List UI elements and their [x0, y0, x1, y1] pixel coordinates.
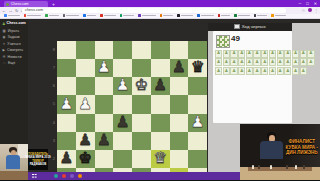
tile-pawn-glyph: ♟	[286, 51, 290, 56]
otb-piece	[303, 165, 305, 170]
sidebar-item-label: Учиться	[7, 42, 20, 46]
bookmark-favicon	[100, 14, 103, 17]
tile-pawn-glyph: ♟	[217, 69, 221, 74]
tile-pawn-glyph: ♟	[301, 51, 305, 56]
pawn-tile-icon: ♟	[223, 50, 230, 58]
square-g7[interactable]: ♟	[170, 59, 189, 77]
pawn-tile-icon: ♟	[284, 58, 291, 66]
tile-row: ♟♟♟♟♟♟♟♟♟♟♟♟♟	[215, 50, 315, 58]
square-b8[interactable]	[76, 41, 95, 59]
sidebar-item-label: Играть	[8, 29, 19, 33]
tile-pawn-glyph: ♟	[301, 69, 305, 74]
bookmark-favicon	[177, 14, 180, 17]
pawn-tile-icon: ♟	[277, 67, 284, 75]
sidebar-item-icon: ▦	[3, 29, 6, 33]
tile-pawn-glyph: ♟	[247, 51, 251, 56]
taskbar-app-icon[interactable]	[78, 174, 82, 178]
white-pawn[interactable]: ♟	[191, 115, 205, 131]
pawn-tile-icon: ♟	[277, 58, 284, 66]
black-pawn[interactable]: ♟	[78, 133, 92, 149]
bookmark-favicon	[45, 14, 48, 17]
square-d2[interactable]	[113, 150, 132, 168]
tile-pawn-glyph: ♟	[278, 60, 282, 65]
bookmark-item[interactable]	[197, 14, 214, 17]
bookmark-star-icon[interactable]: ☆	[301, 8, 305, 13]
bookmark-label	[257, 15, 267, 17]
pawn-tile-icon: ♟	[284, 50, 291, 58]
pawn-tile-icon: ♟	[230, 50, 237, 58]
tile-row: ♟♟♟♟♟♟♟♟♟♟♟♟♟	[215, 58, 315, 66]
url-text: chess.com	[25, 8, 43, 12]
tile-pawn-glyph: ♟	[240, 51, 244, 56]
square-e7[interactable]	[132, 59, 151, 77]
square-g4[interactable]	[170, 114, 189, 132]
turn-indicator-header: Ход черных	[208, 23, 292, 31]
tab-favicon-icon	[6, 3, 9, 6]
black-queen[interactable]: ♛	[191, 60, 205, 76]
tile-pawn-glyph: ♟	[217, 60, 221, 65]
bookmark-item[interactable]	[254, 14, 268, 17]
square-h6[interactable]	[188, 77, 207, 95]
sidebar-item-icon: ▶	[3, 48, 6, 52]
tile-row: ♟♟♟♟♟♟♟♟♟♟♟♟	[215, 67, 315, 75]
square-f5[interactable]	[151, 95, 170, 113]
white-king[interactable]: ♚	[134, 78, 148, 94]
forward-icon[interactable]: →	[9, 8, 13, 13]
tile-pawn-glyph: ♟	[240, 69, 244, 74]
bookmark-favicon	[197, 14, 200, 17]
tile-pawn-glyph: ♟	[263, 60, 267, 65]
chess-board[interactable]: ♟♟♛♟♚♟♟♟♟♟♟♟♟♚♛	[57, 41, 207, 181]
pawn-tile-icon: ♟	[261, 58, 268, 66]
sidebar-item-icon: ☰	[3, 55, 6, 59]
pawn-tile-icon: ♟	[269, 67, 276, 75]
tile-pawn-glyph: ♟	[224, 51, 228, 56]
square-g3[interactable]	[170, 132, 189, 150]
bookmark-item[interactable]	[4, 14, 20, 17]
maximize-icon[interactable]: □	[306, 1, 308, 6]
black-pawn[interactable]: ♟	[172, 60, 186, 76]
left-caption: ПОБЕДИТЕЛЬКУБКА МИРА 2019ТЕЙМУРРАДЖАБОВ	[28, 149, 48, 170]
tile-pawn-glyph: ♟	[232, 51, 236, 56]
streamer-desk	[0, 171, 28, 180]
pawn-tile-grid: ♟♟♟♟♟♟♟♟♟♟♟♟♟♟♟♟♟♟♟♟♟♟♟♟♟♟♟♟♟♟♟♟♟♟♟♟♟♟	[215, 50, 315, 76]
logo-pawn-icon: ♟	[2, 21, 6, 26]
square-a8[interactable]	[57, 41, 76, 59]
sidebar-item-label: Новости	[8, 55, 22, 59]
square-d3[interactable]	[113, 132, 132, 150]
pawn-tile-icon: ♟	[253, 58, 260, 66]
square-h4[interactable]: ♟	[188, 114, 207, 132]
turn-label: Ход черных	[242, 24, 266, 29]
url-field[interactable]: chess.com	[22, 8, 286, 13]
pawn-tile-icon: ♟	[284, 67, 291, 75]
rank-label-5: 5	[50, 95, 55, 113]
bookmark-favicon	[271, 14, 274, 17]
black-king[interactable]: ♚	[78, 151, 92, 167]
bookmark-favicon	[254, 14, 257, 17]
square-h7[interactable]: ♛	[188, 59, 207, 77]
tile-pawn-glyph: ♟	[247, 60, 251, 65]
sidebar-item-icon: ◉	[3, 35, 6, 39]
tile-pawn-glyph: ♟	[217, 51, 221, 56]
left-caption-line: РАДЖАБОВ	[30, 163, 47, 166]
square-d4[interactable]: ♟	[113, 114, 132, 132]
panel-card: 49 ♟♟♟♟♟♟♟♟♟♟♟♟♟♟♟♟♟♟♟♟♟♟♟♟♟♟♟♟♟♟♟♟♟♟♟♟♟…	[213, 31, 292, 123]
pawn-tile-icon: ♟	[300, 50, 307, 58]
square-a6[interactable]	[57, 77, 76, 95]
sidebar-item-icon: ✦	[3, 42, 6, 46]
tile-pawn-glyph: ♟	[263, 69, 267, 74]
pawn-tile-icon: ♟	[300, 58, 307, 66]
pawn-tile-icon: ♟	[307, 58, 314, 66]
otb-piece	[252, 165, 254, 170]
rank-label-6: 6	[50, 77, 55, 95]
window-controls: ─□✕	[298, 0, 317, 7]
minimize-icon[interactable]: ─	[298, 1, 301, 6]
square-h8[interactable]	[188, 41, 207, 59]
pawn-tile-icon: ♟	[230, 67, 237, 75]
pawn-tile-icon: ♟	[215, 67, 222, 75]
pawn-tile-icon: ♟	[215, 50, 222, 58]
taskbar-app-icon[interactable]	[54, 174, 58, 178]
bookmark-item[interactable]	[100, 14, 116, 17]
pawn-tile-icon: ♟	[307, 50, 314, 58]
otb-piece	[295, 165, 297, 170]
tile-pawn-glyph: ♟	[263, 51, 267, 56]
tile-pawn-glyph: ♟	[270, 69, 274, 74]
pawn-tile-icon: ♟	[261, 67, 268, 75]
square-h2[interactable]	[188, 150, 207, 168]
pawn-tile-icon: ♟	[246, 58, 253, 66]
tile-pawn-glyph: ♟	[232, 69, 236, 74]
square-a5[interactable]: ♟	[57, 95, 76, 113]
square-b3[interactable]: ♟	[76, 132, 95, 150]
bookmark-favicon	[24, 14, 27, 17]
pawn-tile-icon: ♟	[277, 50, 284, 58]
pawn-tile-icon: ♟	[238, 58, 245, 66]
square-b7[interactable]	[76, 59, 95, 77]
sidebar-item-label: Смотреть	[7, 48, 23, 52]
bookmark-label	[8, 15, 20, 17]
square-b5[interactable]: ♟	[76, 95, 95, 113]
tile-pawn-glyph: ♟	[278, 69, 282, 74]
bookmark-item[interactable]	[138, 14, 156, 17]
rank-label-8: 8	[50, 41, 55, 59]
white-pawn[interactable]: ♟	[59, 97, 73, 113]
tab-title: Chess.com	[11, 2, 29, 6]
square-f3[interactable]	[151, 132, 170, 150]
pawn-tile-icon: ♟	[269, 58, 276, 66]
square-h3[interactable]	[188, 132, 207, 150]
pawn-tile-icon: ♟	[246, 50, 253, 58]
turn-checkbox[interactable]	[234, 24, 239, 29]
bookmark-favicon	[138, 14, 141, 17]
bookmark-favicon	[218, 14, 221, 17]
bookmark-label	[181, 15, 193, 17]
square-e6[interactable]: ♚	[132, 77, 151, 95]
black-pawn[interactable]: ♟	[59, 151, 73, 167]
pawn-tile-icon: ♟	[238, 67, 245, 75]
bookmark-item[interactable]	[24, 14, 42, 17]
square-b4[interactable]	[76, 114, 95, 132]
tile-pawn-glyph: ♟	[309, 60, 313, 65]
square-c4[interactable]	[95, 114, 114, 132]
taskbar-app-icon[interactable]	[62, 174, 66, 178]
rank-label-7: 7	[50, 59, 55, 77]
tile-pawn-glyph: ♟	[224, 69, 228, 74]
square-a2[interactable]: ♟	[57, 150, 76, 168]
start-button-icon[interactable]	[32, 174, 34, 176]
bookmark-label	[163, 15, 173, 17]
bookmark-item[interactable]	[218, 14, 231, 17]
pawn-tile-icon: ♟	[223, 67, 230, 75]
pawn-tile-icon: ♟	[269, 50, 276, 58]
square-g2[interactable]	[170, 150, 189, 168]
bookmark-label	[87, 15, 96, 17]
square-a4[interactable]	[57, 114, 76, 132]
tile-pawn-glyph: ♟	[286, 69, 290, 74]
bookmark-label	[66, 15, 79, 17]
pawn-tile-icon: ♟	[253, 67, 260, 75]
rank-label-3: 3	[50, 132, 55, 150]
white-queen[interactable]: ♛	[153, 151, 167, 167]
bookmark-favicon	[83, 14, 86, 17]
site-logo[interactable]: ♟ Chess.com	[0, 19, 28, 28]
square-e3[interactable]	[132, 132, 151, 150]
square-d5[interactable]	[113, 95, 132, 113]
bookmark-label	[49, 15, 59, 17]
stream-screenshot: Chess.com + ─□✕ ←→↻⌂ chess.com ☆ ⋮ ♟ Che…	[0, 0, 320, 180]
bookmark-label	[221, 15, 230, 17]
tile-pawn-glyph: ♟	[240, 60, 244, 65]
white-pawn[interactable]: ♟	[116, 78, 130, 94]
pawn-tile-icon: ♟	[230, 58, 237, 66]
taskbar-app-icon[interactable]	[70, 174, 74, 178]
black-pawn[interactable]: ♟	[97, 133, 111, 149]
square-g5[interactable]	[170, 95, 189, 113]
tile-pawn-glyph: ♟	[293, 51, 297, 56]
square-e2[interactable]	[132, 150, 151, 168]
pawn-tile-icon: ♟	[261, 50, 268, 58]
bookmark-favicon	[4, 14, 7, 17]
tile-pawn-glyph: ♟	[232, 60, 236, 65]
bookmark-favicon	[120, 14, 123, 17]
square-f2[interactable]: ♛	[151, 150, 170, 168]
tile-pawn-glyph: ♟	[301, 60, 305, 65]
count-value: 49	[231, 34, 240, 43]
pawn-tile-icon: ♟	[292, 58, 299, 66]
square-c6[interactable]	[95, 77, 114, 95]
player-jacket	[260, 141, 283, 159]
square-f7[interactable]	[151, 59, 170, 77]
mini-board-icon	[216, 35, 230, 48]
bookmark-label	[238, 15, 250, 17]
tile-pawn-glyph: ♟	[255, 60, 259, 65]
bookmark-favicon	[63, 14, 66, 17]
otb-piece	[286, 165, 288, 170]
pawn-tile-icon: ♟	[300, 67, 307, 75]
bookmark-label	[142, 15, 156, 17]
square-c2[interactable]	[95, 150, 114, 168]
tile-pawn-glyph: ♟	[293, 60, 297, 65]
square-h5[interactable]	[188, 95, 207, 113]
bookmark-item[interactable]	[63, 14, 80, 17]
tile-pawn-glyph: ♟	[255, 51, 259, 56]
pawn-tile-icon: ♟	[253, 50, 260, 58]
square-e4[interactable]	[132, 114, 151, 132]
bookmark-label	[201, 15, 214, 17]
right-caption: ФИНАЛИСТКУБКА МИРА -ДИН ЛИЖЭНЬ	[286, 139, 318, 156]
sidebar-item-icon: ⋯	[3, 61, 6, 65]
bookmark-favicon	[160, 14, 163, 17]
square-d8[interactable]	[113, 41, 132, 59]
tile-pawn-glyph: ♟	[309, 51, 313, 56]
rank-label-2: 2	[50, 150, 55, 168]
square-d7[interactable]	[113, 59, 132, 77]
square-c3[interactable]: ♟	[95, 132, 114, 150]
player-video: ФИНАЛИСТКУБКА МИРА -ДИН ЛИЖЭНЬ	[240, 124, 320, 180]
otb-piece	[270, 165, 272, 170]
pawn-tile-icon: ♟	[238, 50, 245, 58]
pawn-tile-icon: ♟	[246, 67, 253, 75]
bookmark-item[interactable]	[45, 14, 59, 17]
tile-pawn-glyph: ♟	[286, 60, 290, 65]
pawn-tile-icon: ♟	[292, 50, 299, 58]
square-e8[interactable]	[132, 41, 151, 59]
pawn-tile-icon: ♟	[292, 67, 299, 75]
black-pawn[interactable]: ♟	[116, 115, 130, 131]
pawn-tile-icon: ♟	[223, 58, 230, 66]
taskbar-app-icons	[54, 172, 82, 181]
sidebar-item-ещё[interactable]: ⋯Ещё	[0, 60, 28, 67]
tile-pawn-glyph: ♟	[224, 60, 228, 65]
browser-menu-icon[interactable]: ⋮	[314, 8, 318, 13]
sidebar-item-label: Задачи	[7, 35, 19, 39]
bookmark-label	[123, 15, 134, 17]
square-d6[interactable]: ♟	[113, 77, 132, 95]
white-pawn[interactable]: ♟	[78, 97, 92, 113]
bookmark-label	[27, 15, 41, 17]
close-icon[interactable]: ✕	[314, 1, 317, 6]
square-f6[interactable]: ♟	[151, 77, 170, 95]
tile-pawn-glyph: ♟	[270, 60, 274, 65]
sidebar-item-label: Ещё	[8, 61, 15, 65]
square-b2[interactable]: ♚	[76, 150, 95, 168]
bookmark-item[interactable]	[83, 14, 96, 17]
tile-pawn-glyph: ♟	[293, 69, 297, 74]
white-pawn[interactable]: ♟	[97, 60, 111, 76]
back-icon[interactable]: ←	[2, 8, 6, 13]
square-f8[interactable]	[151, 41, 170, 59]
pawn-tile-icon: ♟	[215, 58, 222, 66]
square-e5[interactable]	[132, 95, 151, 113]
tile-pawn-glyph: ♟	[278, 51, 282, 56]
bookmark-label	[275, 15, 286, 17]
square-f4[interactable]	[151, 114, 170, 132]
bookmark-item[interactable]	[234, 14, 250, 17]
tile-pawn-glyph: ♟	[255, 69, 259, 74]
square-b6[interactable]	[76, 77, 95, 95]
square-c5[interactable]	[95, 95, 114, 113]
bookmark-item[interactable]	[120, 14, 135, 17]
otb-piece	[258, 165, 260, 170]
streamer-webcam	[0, 144, 28, 180]
square-a3[interactable]	[57, 132, 76, 150]
profile-avatar[interactable]	[308, 8, 312, 12]
bookmark-item[interactable]	[271, 14, 286, 17]
bookmark-favicon	[234, 14, 237, 17]
logo-text: Chess.com	[7, 21, 26, 25]
rank-labels: 87654321	[50, 41, 55, 181]
right-caption-line: ФИНАЛИСТ	[286, 139, 318, 145]
tile-pawn-glyph: ♟	[270, 51, 274, 56]
bookmark-label	[104, 15, 116, 17]
bookmark-item[interactable]	[177, 14, 193, 17]
streamer-shirt	[6, 155, 20, 169]
square-c7[interactable]: ♟	[95, 59, 114, 77]
bookmark-item[interactable]	[160, 14, 174, 17]
tile-pawn-glyph: ♟	[247, 69, 251, 74]
sidebar-menu: ▦Играть◉Задачи✦Учиться▶Смотреть☰Новости⋯…	[0, 28, 28, 67]
rank-label-4: 4	[50, 114, 55, 132]
square-c8[interactable]	[95, 41, 114, 59]
reload-icon[interactable]: ↻	[15, 8, 18, 13]
browser-titlebar: Chess.com + ─□✕	[0, 0, 320, 7]
black-pawn[interactable]: ♟	[153, 78, 167, 94]
square-g6[interactable]	[170, 77, 189, 95]
square-a7[interactable]	[57, 59, 76, 77]
square-g8[interactable]	[170, 41, 189, 59]
right-caption-line: ДИН ЛИЖЭНЬ	[286, 150, 318, 156]
